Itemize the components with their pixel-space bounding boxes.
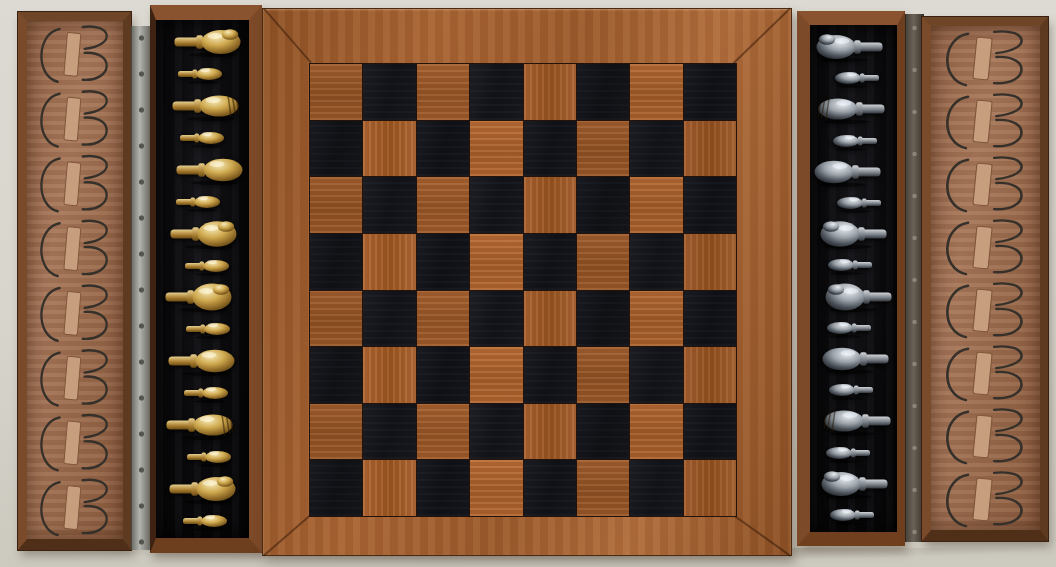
board-square[interactable] — [417, 121, 469, 177]
board-square[interactable] — [470, 64, 522, 120]
board-square[interactable] — [577, 347, 629, 403]
board-square[interactable] — [524, 291, 576, 347]
board-square[interactable] — [417, 291, 469, 347]
wire-clip-row — [947, 31, 1021, 85]
board-square[interactable] — [684, 121, 736, 177]
pewter-bishop[interactable] — [812, 344, 896, 374]
brass-pawn[interactable] — [180, 383, 234, 403]
board-square[interactable] — [310, 177, 362, 233]
board-square[interactable] — [363, 234, 415, 290]
board-square[interactable] — [363, 460, 415, 516]
brass-pawn[interactable] — [176, 128, 230, 148]
board-square[interactable] — [630, 121, 682, 177]
black-piece-tray — [797, 11, 905, 546]
wire-clip-row — [947, 346, 1021, 400]
board-square[interactable] — [417, 347, 469, 403]
right-clip-tray — [922, 17, 1048, 541]
frame-miter-seam — [263, 8, 312, 64]
board-square[interactable] — [577, 291, 629, 347]
brass-queen[interactable] — [163, 219, 247, 249]
wire-clip-row — [947, 283, 1021, 337]
wire-clips-right — [931, 26, 1040, 530]
board-square[interactable] — [684, 460, 736, 516]
board-square[interactable] — [417, 404, 469, 460]
board-grid — [309, 63, 737, 517]
brass-knight[interactable] — [167, 27, 251, 57]
frame-miter-seam — [734, 515, 791, 557]
wire-clip-row — [41, 26, 106, 81]
board-square[interactable] — [630, 234, 682, 290]
board-square[interactable] — [684, 64, 736, 120]
board-square[interactable] — [417, 64, 469, 120]
board-square[interactable] — [630, 404, 682, 460]
brass-pawn[interactable] — [174, 64, 228, 84]
chess-board — [262, 8, 792, 556]
black-piece-column — [812, 29, 895, 528]
brass-bishop[interactable] — [169, 155, 253, 185]
pewter-pawn[interactable] — [824, 505, 878, 525]
board-square[interactable] — [524, 234, 576, 290]
board-square[interactable] — [577, 64, 629, 120]
pewter-pawn[interactable] — [821, 318, 875, 338]
board-square[interactable] — [524, 460, 576, 516]
white-piece-tray — [150, 5, 262, 553]
board-square[interactable] — [363, 64, 415, 120]
board-square[interactable] — [577, 177, 629, 233]
pewter-pawn[interactable] — [820, 443, 874, 463]
board-square[interactable] — [470, 177, 522, 233]
board-square[interactable] — [524, 177, 576, 233]
board-square[interactable] — [684, 347, 736, 403]
brass-pawn[interactable] — [181, 256, 235, 276]
pewter-pawn[interactable] — [822, 255, 876, 275]
wire-clip-row — [41, 480, 106, 535]
board-square[interactable] — [630, 291, 682, 347]
board-square[interactable] — [363, 347, 415, 403]
chess-set-scene — [0, 0, 1056, 567]
wire-clip-row — [41, 350, 106, 405]
board-square[interactable] — [630, 460, 682, 516]
board-square[interactable] — [577, 404, 629, 460]
white-piece-column — [158, 24, 247, 534]
brass-knight[interactable] — [162, 474, 246, 504]
board-square[interactable] — [363, 121, 415, 177]
wire-clips-left — [27, 21, 123, 539]
pewter-pawn[interactable] — [829, 68, 883, 88]
brass-rook[interactable] — [165, 91, 249, 121]
pewter-rook[interactable] — [814, 406, 898, 436]
wire-clip-row — [947, 94, 1021, 148]
board-square[interactable] — [470, 460, 522, 516]
wire-clip-row — [41, 221, 106, 276]
pewter-pawn[interactable] — [831, 193, 885, 213]
board-square[interactable] — [417, 177, 469, 233]
board-square[interactable] — [470, 234, 522, 290]
board-square[interactable] — [310, 64, 362, 120]
wire-clip-row — [947, 472, 1021, 526]
board-square[interactable] — [310, 347, 362, 403]
board-square[interactable] — [470, 121, 522, 177]
board-square[interactable] — [310, 404, 362, 460]
wire-clip-row — [947, 157, 1021, 211]
pewter-bishop[interactable] — [804, 157, 888, 187]
board-square[interactable] — [577, 121, 629, 177]
pewter-rook[interactable] — [808, 94, 892, 124]
pewter-pawn[interactable] — [823, 380, 877, 400]
brass-pawn[interactable] — [183, 447, 237, 467]
wire-clip-row — [41, 415, 106, 470]
wire-clip-row — [41, 156, 106, 211]
board-square[interactable] — [417, 234, 469, 290]
board-square[interactable] — [524, 404, 576, 460]
board-square[interactable] — [630, 347, 682, 403]
board-square[interactable] — [524, 347, 576, 403]
board-square[interactable] — [684, 404, 736, 460]
board-square[interactable] — [524, 121, 576, 177]
pewter-pawn[interactable] — [827, 131, 881, 151]
left-clip-tray — [18, 12, 131, 550]
brass-king[interactable] — [158, 282, 242, 312]
wire-clip-row — [41, 285, 106, 340]
board-square[interactable] — [684, 177, 736, 233]
board-square[interactable] — [684, 234, 736, 290]
wire-clip-row — [947, 409, 1021, 463]
brass-pawn[interactable] — [182, 319, 236, 339]
board-square[interactable] — [630, 177, 682, 233]
brass-rook[interactable] — [159, 410, 243, 440]
board-square[interactable] — [363, 404, 415, 460]
board-square[interactable] — [684, 291, 736, 347]
board-square[interactable] — [310, 291, 362, 347]
piano-hinge-left — [131, 26, 152, 550]
brass-pawn[interactable] — [179, 511, 233, 531]
board-square[interactable] — [577, 460, 629, 516]
wire-clip-row — [41, 91, 106, 146]
board-square[interactable] — [470, 347, 522, 403]
board-square[interactable] — [417, 460, 469, 516]
pewter-knight[interactable] — [811, 469, 895, 499]
board-square[interactable] — [630, 64, 682, 120]
frame-miter-seam — [733, 8, 791, 64]
pewter-king[interactable] — [815, 282, 899, 312]
pewter-queen[interactable] — [810, 219, 894, 249]
pewter-knight[interactable] — [806, 32, 890, 62]
board-square[interactable] — [524, 64, 576, 120]
board-square[interactable] — [470, 404, 522, 460]
board-square[interactable] — [363, 291, 415, 347]
board-square[interactable] — [310, 121, 362, 177]
brass-pawn[interactable] — [172, 192, 226, 212]
brass-bishop[interactable] — [161, 346, 245, 376]
board-square[interactable] — [470, 291, 522, 347]
board-square[interactable] — [363, 177, 415, 233]
wire-clip-row — [947, 220, 1021, 274]
board-square[interactable] — [310, 234, 362, 290]
frame-miter-seam — [263, 515, 310, 557]
board-square[interactable] — [310, 460, 362, 516]
board-square[interactable] — [577, 234, 629, 290]
